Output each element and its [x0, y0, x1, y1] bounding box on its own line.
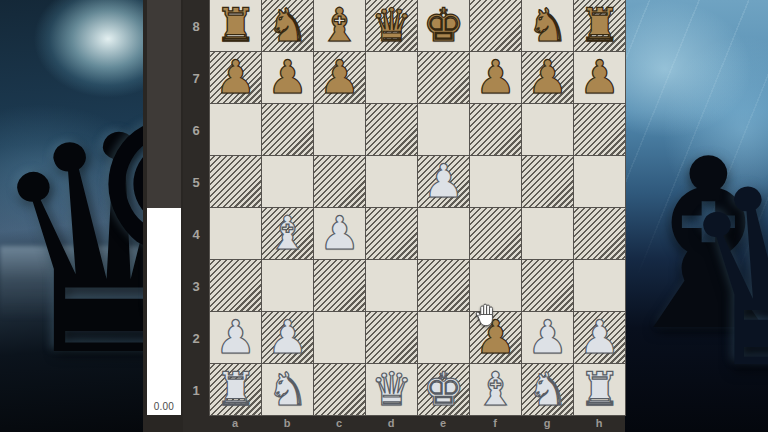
black-pawn-b7[interactable]: ♟	[267, 54, 308, 100]
white-pawn-h2[interactable]: ♟	[579, 314, 620, 360]
file-labels: abcdefgh	[209, 416, 625, 432]
square-h1[interactable]: ♜	[573, 364, 625, 416]
square-c3[interactable]	[313, 260, 365, 312]
square-g8[interactable]: ♞	[521, 0, 573, 52]
square-a4[interactable]	[209, 208, 261, 260]
square-a7[interactable]: ♟	[209, 52, 261, 104]
file-label-d: d	[365, 416, 417, 432]
square-b4[interactable]: ♝	[261, 208, 313, 260]
square-b7[interactable]: ♟	[261, 52, 313, 104]
square-e5[interactable]: ♟	[417, 156, 469, 208]
black-king-e8[interactable]: ♚	[423, 2, 464, 48]
square-f6[interactable]	[469, 104, 521, 156]
evaluation-score: 0.00	[147, 401, 181, 412]
square-f5[interactable]	[469, 156, 521, 208]
black-pawn-f7[interactable]: ♟	[475, 54, 516, 100]
black-pawn-a7[interactable]: ♟	[215, 54, 256, 100]
file-label-h: h	[573, 416, 625, 432]
square-h4[interactable]	[573, 208, 625, 260]
square-g1[interactable]: ♞	[521, 364, 573, 416]
square-a8[interactable]: ♜	[209, 0, 261, 52]
square-c1[interactable]	[313, 364, 365, 416]
rank-label-3: 3	[183, 260, 209, 312]
black-rook-h8[interactable]: ♜	[579, 2, 620, 48]
square-e3[interactable]	[417, 260, 469, 312]
white-pawn-c4[interactable]: ♟	[319, 210, 360, 256]
square-d6[interactable]	[365, 104, 417, 156]
square-d3[interactable]	[365, 260, 417, 312]
square-e4[interactable]	[417, 208, 469, 260]
square-a1[interactable]: ♜	[209, 364, 261, 416]
rank-label-2: 2	[183, 312, 209, 364]
square-g5[interactable]	[521, 156, 573, 208]
square-d8[interactable]: ♛	[365, 0, 417, 52]
background-black-king-icon: ♚	[76, 30, 146, 360]
square-d4[interactable]	[365, 208, 417, 260]
square-g4[interactable]	[521, 208, 573, 260]
square-b5[interactable]	[261, 156, 313, 208]
square-f1[interactable]: ♝	[469, 364, 521, 416]
square-e6[interactable]	[417, 104, 469, 156]
square-f8[interactable]	[469, 0, 521, 52]
background-right: ♝ ♛	[625, 0, 768, 432]
file-label-f: f	[469, 416, 521, 432]
white-bishop-b4[interactable]: ♝	[267, 210, 308, 256]
white-pawn-b2[interactable]: ♟	[267, 314, 308, 360]
square-g7[interactable]: ♟	[521, 52, 573, 104]
evaluation-panel: 0.00	[143, 0, 183, 432]
white-bishop-f1[interactable]: ♝	[475, 366, 516, 412]
square-a5[interactable]	[209, 156, 261, 208]
file-label-g: g	[521, 416, 573, 432]
rank-label-5: 5	[183, 156, 209, 208]
white-knight-g1[interactable]: ♞	[527, 366, 568, 412]
black-rook-a8[interactable]: ♜	[215, 2, 256, 48]
square-d1[interactable]: ♛	[365, 364, 417, 416]
background-left: ♛ ♚	[0, 0, 146, 432]
background-black-queen-icon: ♛	[675, 148, 768, 403]
square-e8[interactable]: ♚	[417, 0, 469, 52]
black-bishop-c8[interactable]: ♝	[319, 2, 360, 48]
white-pawn-g2[interactable]: ♟	[527, 314, 568, 360]
square-e1[interactable]: ♚	[417, 364, 469, 416]
square-e2[interactable]	[417, 312, 469, 364]
rank-label-1: 1	[183, 364, 209, 416]
square-b3[interactable]	[261, 260, 313, 312]
square-f4[interactable]	[469, 208, 521, 260]
black-queen-d8[interactable]: ♛	[371, 2, 412, 48]
evaluation-bar: 0.00	[147, 0, 181, 415]
square-g6[interactable]	[521, 104, 573, 156]
square-a6[interactable]	[209, 104, 261, 156]
rank-label-6: 6	[183, 104, 209, 156]
square-c6[interactable]	[313, 104, 365, 156]
square-c8[interactable]: ♝	[313, 0, 365, 52]
black-knight-g8[interactable]: ♞	[527, 2, 568, 48]
file-label-b: b	[261, 416, 313, 432]
black-pawn-g7[interactable]: ♟	[527, 54, 568, 100]
square-b8[interactable]: ♞	[261, 0, 313, 52]
square-c7[interactable]: ♟	[313, 52, 365, 104]
square-d7[interactable]	[365, 52, 417, 104]
file-label-c: c	[313, 416, 365, 432]
rank-label-4: 4	[183, 208, 209, 260]
rank-labels: 87654321	[183, 0, 209, 432]
square-b2[interactable]: ♟	[261, 312, 313, 364]
square-h2[interactable]: ♟	[573, 312, 625, 364]
rank-label-7: 7	[183, 52, 209, 104]
black-knight-b8[interactable]: ♞	[267, 2, 308, 48]
square-h3[interactable]	[573, 260, 625, 312]
black-pawn-h7[interactable]: ♟	[579, 54, 620, 100]
square-c4[interactable]: ♟	[313, 208, 365, 260]
square-d2[interactable]	[365, 312, 417, 364]
white-knight-b1[interactable]: ♞	[267, 366, 308, 412]
white-queen-d1[interactable]: ♛	[371, 366, 412, 412]
file-label-e: e	[417, 416, 469, 432]
square-c5[interactable]	[313, 156, 365, 208]
chess-board: ♜♞♝♛♚♞♜♟♟♟♟♟♟♟♝♟♟♟♟♟♟♜♞♛♚♝♞♜	[209, 0, 626, 416]
rank-label-8: 8	[183, 0, 209, 52]
square-c2[interactable]	[313, 312, 365, 364]
square-d5[interactable]	[365, 156, 417, 208]
chess-app-screen: ♛ ♚ ♝ ♛ 0.00 87654321 ♜♞♝♛♚♞♜♟♟♟♟♟♟♟♝♟♟♟…	[0, 0, 768, 432]
square-h5[interactable]	[573, 156, 625, 208]
evaluation-bar-black-section	[147, 0, 181, 208]
square-g3[interactable]	[521, 260, 573, 312]
white-rook-h1[interactable]: ♜	[579, 366, 620, 412]
square-h8[interactable]: ♜	[573, 0, 625, 52]
square-b6[interactable]	[261, 104, 313, 156]
white-pawn-a2[interactable]: ♟	[215, 314, 256, 360]
square-f7[interactable]: ♟	[469, 52, 521, 104]
hand-cursor	[475, 302, 497, 327]
file-label-a: a	[209, 416, 261, 432]
square-e7[interactable]	[417, 52, 469, 104]
square-h6[interactable]	[573, 104, 625, 156]
square-b1[interactable]: ♞	[261, 364, 313, 416]
black-pawn-c7[interactable]: ♟	[319, 54, 360, 100]
white-rook-a1[interactable]: ♜	[215, 366, 256, 412]
white-pawn-e5[interactable]: ♟	[423, 158, 464, 204]
white-king-e1[interactable]: ♚	[423, 366, 464, 412]
square-a3[interactable]	[209, 260, 261, 312]
square-h7[interactable]: ♟	[573, 52, 625, 104]
square-a2[interactable]: ♟	[209, 312, 261, 364]
square-g2[interactable]: ♟	[521, 312, 573, 364]
